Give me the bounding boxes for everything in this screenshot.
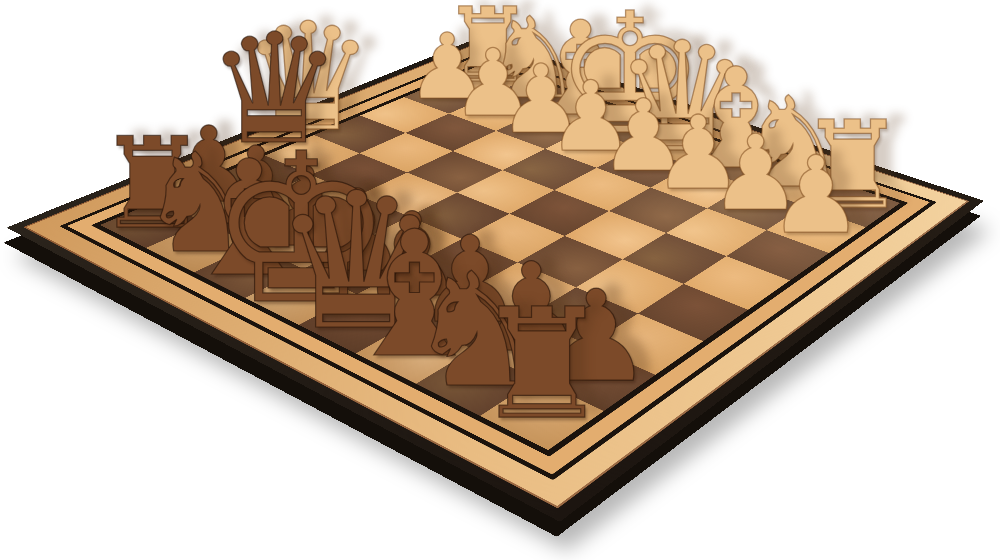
chess-set-photo: ♜♞♝♛♚♝♞♜♟♟♟♟♟♟♟♟♟♟♟♟♟♟♟♟♜♞♝♛♚♝♞♜♛♛ <box>0 0 1000 560</box>
playing-field <box>100 63 900 450</box>
chess-board <box>100 63 900 450</box>
